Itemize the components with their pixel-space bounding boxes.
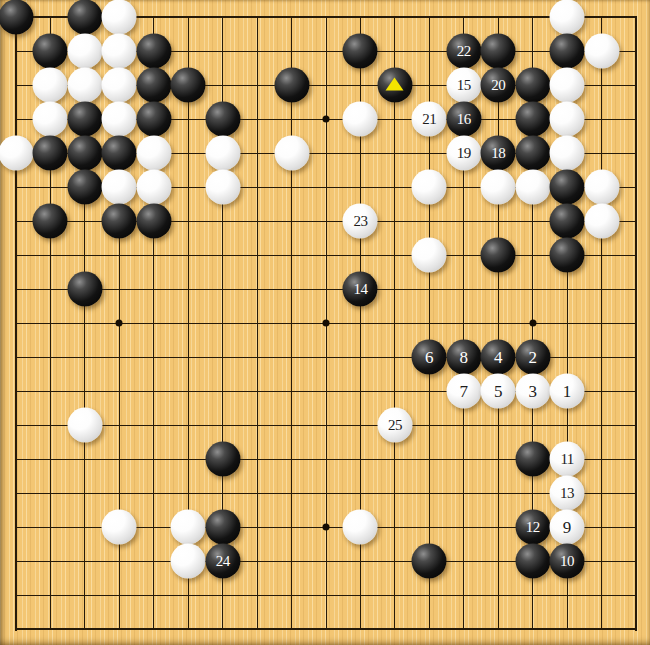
triangle-marker-icon [386, 77, 404, 90]
black-stone [67, 102, 102, 137]
black-stone [67, 136, 102, 171]
black-stone [136, 68, 171, 103]
black-stone [136, 34, 171, 69]
white-stone [67, 34, 102, 69]
black-stone [102, 136, 137, 171]
white-stone [584, 34, 619, 69]
black-stone [33, 204, 68, 239]
black-stone [102, 204, 137, 239]
move-number: 20 [491, 78, 505, 93]
black-stone: 24 [205, 544, 240, 579]
star-point [529, 320, 536, 327]
black-stone [205, 510, 240, 545]
black-stone [515, 68, 550, 103]
move-number: 12 [526, 520, 540, 535]
white-stone: 5 [481, 374, 516, 409]
white-stone [481, 170, 516, 205]
move-number: 16 [457, 112, 471, 127]
white-stone [102, 102, 137, 137]
white-stone: 15 [446, 68, 481, 103]
move-number: 7 [460, 383, 469, 400]
white-stone: 13 [550, 476, 585, 511]
white-stone [205, 136, 240, 171]
black-stone: 18 [481, 136, 516, 171]
white-stone [102, 170, 137, 205]
white-stone [171, 544, 206, 579]
white-stone [550, 0, 585, 35]
white-stone [67, 408, 102, 443]
white-stone [550, 136, 585, 171]
move-number: 18 [491, 146, 505, 161]
black-stone: 12 [515, 510, 550, 545]
black-stone [343, 34, 378, 69]
star-point [323, 116, 330, 123]
white-stone [550, 102, 585, 137]
move-number: 21 [422, 112, 436, 127]
star-point [323, 524, 330, 531]
grid-line-vertical [15, 17, 17, 631]
white-stone [67, 68, 102, 103]
white-stone [205, 170, 240, 205]
black-stone [550, 238, 585, 273]
move-number: 8 [460, 349, 469, 366]
white-stone [102, 34, 137, 69]
grid-line-vertical [601, 17, 602, 630]
white-stone [584, 204, 619, 239]
black-stone [515, 544, 550, 579]
black-stone [33, 34, 68, 69]
white-stone [584, 170, 619, 205]
move-number: 9 [563, 519, 572, 536]
black-stone [515, 136, 550, 171]
move-number: 24 [216, 554, 230, 569]
black-stone [481, 34, 516, 69]
white-stone [33, 102, 68, 137]
black-stone: 2 [515, 340, 550, 375]
black-stone [67, 170, 102, 205]
black-stone [136, 102, 171, 137]
black-stone [274, 68, 309, 103]
move-number: 25 [388, 418, 402, 433]
grid-line-horizontal [15, 628, 637, 630]
black-stone [481, 238, 516, 273]
move-number: 3 [528, 383, 537, 400]
white-stone [33, 68, 68, 103]
move-number: 15 [457, 78, 471, 93]
grid-line-vertical [394, 17, 395, 630]
grid-line-horizontal [15, 425, 637, 426]
white-stone [343, 510, 378, 545]
white-stone [136, 170, 171, 205]
grid-line-vertical [291, 17, 292, 630]
black-stone [550, 34, 585, 69]
black-stone [33, 136, 68, 171]
white-stone [171, 510, 206, 545]
black-stone [515, 442, 550, 477]
white-stone: 3 [515, 374, 550, 409]
white-stone: 9 [550, 510, 585, 545]
black-stone [205, 442, 240, 477]
star-point [116, 320, 123, 327]
grid-line-horizontal [15, 595, 637, 596]
white-stone: 1 [550, 374, 585, 409]
white-stone [102, 510, 137, 545]
white-stone [102, 0, 137, 35]
move-number: 2 [528, 349, 537, 366]
white-stone [0, 136, 34, 171]
white-stone [515, 170, 550, 205]
white-stone [136, 136, 171, 171]
black-stone [0, 0, 34, 35]
white-stone: 11 [550, 442, 585, 477]
grid-line-horizontal [15, 493, 637, 494]
white-stone: 25 [377, 408, 412, 443]
black-stone [171, 68, 206, 103]
black-stone: 10 [550, 544, 585, 579]
white-stone [102, 68, 137, 103]
white-stone [343, 102, 378, 137]
black-stone [515, 102, 550, 137]
black-stone: 20 [481, 68, 516, 103]
move-number: 6 [425, 349, 434, 366]
black-stone: 4 [481, 340, 516, 375]
black-stone [550, 170, 585, 205]
black-stone: 14 [343, 272, 378, 307]
move-number: 19 [457, 146, 471, 161]
black-stone [67, 272, 102, 307]
white-stone: 21 [412, 102, 447, 137]
move-number: 14 [353, 282, 367, 297]
white-stone [412, 238, 447, 273]
black-stone: 22 [446, 34, 481, 69]
move-number: 11 [560, 452, 573, 467]
move-number: 10 [560, 554, 574, 569]
black-stone: 16 [446, 102, 481, 137]
grid-line-vertical [257, 17, 258, 630]
move-number: 5 [494, 383, 503, 400]
move-number: 4 [494, 349, 503, 366]
move-number: 22 [457, 44, 471, 59]
white-stone: 23 [343, 204, 378, 239]
white-stone [412, 170, 447, 205]
black-stone [67, 0, 102, 35]
black-stone [377, 68, 412, 103]
star-point [323, 320, 330, 327]
move-number: 13 [560, 486, 574, 501]
white-stone: 7 [446, 374, 481, 409]
white-stone [274, 136, 309, 171]
black-stone [550, 204, 585, 239]
grid-line-vertical [635, 17, 637, 631]
move-number: 1 [563, 383, 572, 400]
black-stone [136, 204, 171, 239]
black-stone [205, 102, 240, 137]
white-stone [550, 68, 585, 103]
white-stone: 19 [446, 136, 481, 171]
go-board[interactable]: 221520211619182314684275312511131292410 [0, 0, 650, 645]
black-stone: 8 [446, 340, 481, 375]
grid-line-vertical [498, 17, 499, 630]
move-number: 23 [353, 214, 367, 229]
black-stone: 6 [412, 340, 447, 375]
black-stone [412, 544, 447, 579]
